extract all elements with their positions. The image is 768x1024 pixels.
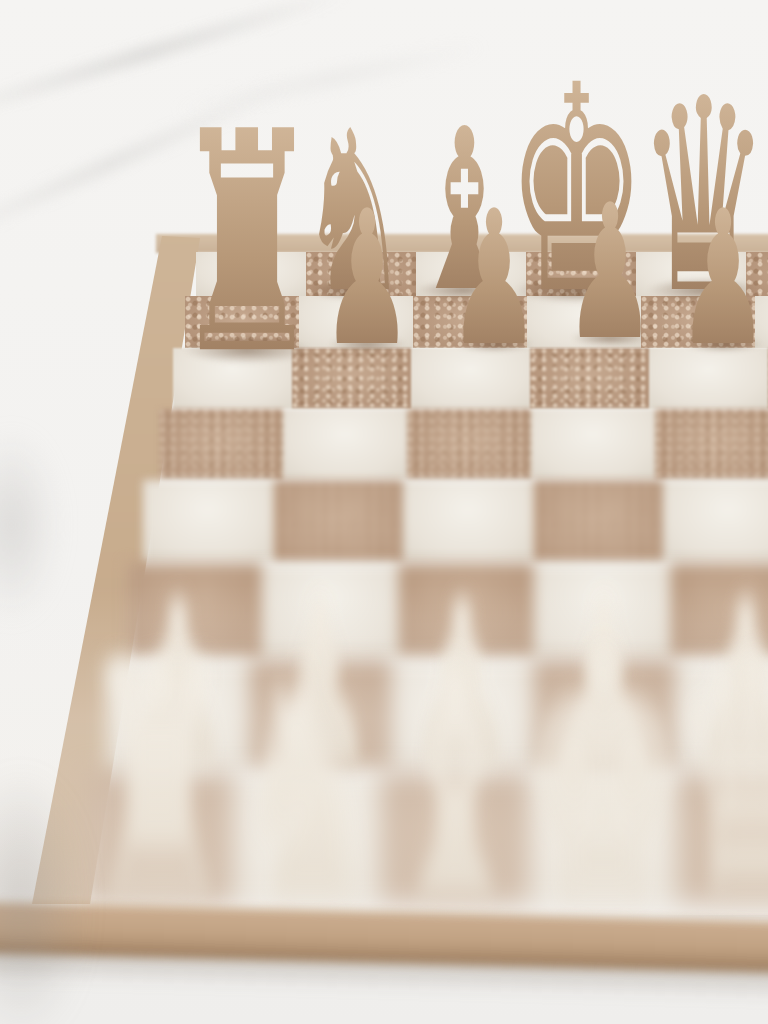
marble-vein xyxy=(0,77,295,251)
square-f2 xyxy=(413,296,527,348)
square-f3 xyxy=(411,348,530,409)
board-rank-5 xyxy=(143,480,768,563)
square-e7 xyxy=(533,660,675,773)
square-e6 xyxy=(534,563,670,660)
square-c2 xyxy=(755,296,768,348)
square-f6 xyxy=(398,563,534,660)
square-d4 xyxy=(655,409,768,480)
board-rank-2 xyxy=(185,296,768,348)
square-d8 xyxy=(677,773,768,904)
square-g8 xyxy=(233,773,381,904)
photo-scene: ♞♝♚♛♝♞♜♜♟♟♟♟♟♟♟♟♟♟♟♟♟♜♞♝♚♛♝ xyxy=(0,0,768,1024)
board-rank-7 xyxy=(107,660,768,773)
square-d7 xyxy=(675,660,768,773)
square-e5 xyxy=(533,480,663,563)
board-far-border xyxy=(156,234,768,253)
square-h1 xyxy=(196,252,306,296)
square-e3 xyxy=(530,348,649,409)
square-d2 xyxy=(641,296,755,348)
board-rank-4 xyxy=(159,409,768,480)
square-h4 xyxy=(159,409,283,480)
square-d1 xyxy=(636,252,746,296)
square-e1 xyxy=(526,252,636,296)
square-g1 xyxy=(306,252,416,296)
square-h8 xyxy=(85,773,233,904)
square-h3 xyxy=(173,348,292,409)
square-h2 xyxy=(185,296,299,348)
square-g2 xyxy=(299,296,413,348)
square-d3 xyxy=(649,348,768,409)
marble-vein xyxy=(0,0,353,125)
square-g7 xyxy=(249,660,391,773)
square-e8 xyxy=(529,773,677,904)
marble-vein xyxy=(172,41,487,117)
square-e2 xyxy=(527,296,641,348)
square-h6 xyxy=(126,563,262,660)
board-rank-8 xyxy=(85,773,768,904)
square-h5 xyxy=(143,480,273,563)
board-rank-6 xyxy=(126,563,768,660)
marble-vein xyxy=(0,430,59,620)
square-d5 xyxy=(663,480,768,563)
square-h7 xyxy=(107,660,249,773)
square-f5 xyxy=(403,480,533,563)
square-c1 xyxy=(746,252,768,296)
square-f7 xyxy=(391,660,533,773)
square-e4 xyxy=(531,409,655,480)
square-d6 xyxy=(670,563,768,660)
square-f4 xyxy=(407,409,531,480)
square-g6 xyxy=(262,563,398,660)
square-g4 xyxy=(283,409,407,480)
square-f8 xyxy=(381,773,529,904)
square-g5 xyxy=(273,480,403,563)
square-g3 xyxy=(292,348,411,409)
square-f1 xyxy=(416,252,526,296)
board-rank-1 xyxy=(196,252,768,296)
board-rank-3 xyxy=(173,348,768,409)
